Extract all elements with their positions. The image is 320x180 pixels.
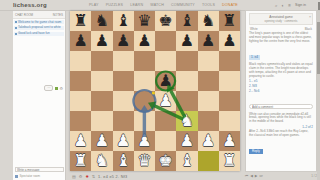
square-h2[interactable]: ♟	[219, 131, 240, 151]
square-b4[interactable]	[91, 91, 112, 111]
black-knight-g8[interactable]: ♞	[201, 13, 215, 29]
square-g8[interactable]: ♞	[198, 11, 219, 31]
square-b3[interactable]	[91, 111, 112, 131]
square-g2[interactable]: ♟	[198, 131, 219, 151]
chat-message-text: Welcome to the game chat room	[18, 21, 61, 24]
square-c1[interactable]: ♝	[113, 151, 134, 171]
move-list[interactable]: 1. e4 e5 2. Nf3	[98, 175, 127, 179]
comment-paragraph: Black replies symmetrically and stakes a…	[249, 63, 313, 78]
nav-item-watch[interactable]: Watch	[150, 3, 164, 7]
square-c4[interactable]	[113, 91, 134, 111]
sign-in-link[interactable]: Sign in	[295, 3, 306, 7]
black-knight-b8[interactable]: ♞	[95, 13, 109, 29]
square-f3[interactable]: ♞	[176, 111, 197, 131]
square-d6[interactable]	[134, 51, 155, 71]
lichess-logo[interactable]: lichess.org	[13, 2, 47, 8]
square-h4[interactable]	[219, 91, 240, 111]
black-pawn-d7[interactable]: ♟	[137, 33, 151, 49]
white-pawn-c2[interactable]: ♟	[116, 133, 130, 149]
square-g5[interactable]	[198, 71, 219, 91]
prev-page-icon[interactable]: ◀	[250, 174, 253, 178]
flip-icon[interactable]: ⇅	[92, 175, 95, 179]
lichess-page: lichess.org Play Puzzles Learn Watch Com…	[0, 0, 320, 180]
chat-tabs: Chat room Notes	[13, 11, 65, 19]
square-g7[interactable]: ♟	[198, 31, 219, 51]
square-h5[interactable]	[219, 71, 240, 91]
white-king-e1[interactable]: ♚	[158, 153, 172, 169]
square-c5[interactable]	[113, 71, 134, 91]
square-e3[interactable]	[155, 111, 176, 131]
panel-subtitle: opening study · comments	[252, 19, 310, 23]
black-rook-h8[interactable]: ♜	[222, 13, 236, 29]
move-link[interactable]: 1... e5	[249, 79, 313, 83]
white-bishop-f1[interactable]: ♝	[180, 153, 194, 169]
square-b7[interactable]: ♟	[91, 31, 112, 51]
square-c6[interactable]	[113, 51, 134, 71]
flag-icon[interactable]: ✸	[85, 175, 88, 179]
square-e1[interactable]: ♚	[155, 151, 176, 171]
square-g3[interactable]	[198, 111, 219, 131]
square-d4[interactable]	[134, 91, 155, 111]
white-knight-f3[interactable]: ♞	[180, 113, 194, 129]
chat-footer: Spectator room	[15, 174, 40, 178]
more-button[interactable]: ...	[44, 85, 53, 91]
black-rook-a8[interactable]: ♜	[73, 13, 87, 29]
panel-header: Annotated game opening study · comments …	[249, 13, 313, 25]
square-c3[interactable]	[113, 111, 134, 131]
square-b5[interactable]	[91, 71, 112, 91]
white-pawn-h2[interactable]: ♟	[222, 133, 236, 149]
white-knight-b1[interactable]: ♞	[95, 153, 109, 169]
chat-message: Welcome to the game chat room	[14, 20, 64, 24]
square-d1[interactable]: ♛	[134, 151, 155, 171]
square-e6[interactable]	[155, 51, 176, 71]
square-e4[interactable]: ♟	[155, 91, 176, 111]
chat-message-text: Takeback proposal sent to white	[18, 26, 61, 29]
square-f5[interactable]	[176, 71, 197, 91]
white-rook-h1[interactable]: ♜	[222, 153, 236, 169]
square-b6[interactable]	[91, 51, 112, 71]
close-icon[interactable]: ×	[309, 15, 311, 19]
black-pawn-e5[interactable]: ♟	[158, 73, 172, 89]
tab-chat-room[interactable]: Chat room	[15, 13, 33, 17]
square-e7[interactable]	[155, 31, 176, 51]
board-icon[interactable]: ▤	[72, 175, 76, 179]
square-c2[interactable]: ♟	[113, 131, 134, 151]
column-white: White	[250, 27, 258, 31]
square-a8[interactable]: ♜	[70, 11, 91, 31]
nav-item-puzzles[interactable]: Puzzles	[106, 3, 124, 7]
square-h1[interactable]: ♜	[219, 151, 240, 171]
square-g6[interactable]	[198, 51, 219, 71]
square-g1[interactable]	[198, 151, 219, 171]
tab-notes[interactable]: Notes	[53, 13, 63, 17]
square-a2[interactable]: ♟	[70, 131, 91, 151]
square-c8[interactable]: ♝	[113, 11, 134, 31]
square-e8[interactable]: ♚	[155, 11, 176, 31]
comment-input[interactable]	[249, 104, 313, 109]
square-f6[interactable]	[176, 51, 197, 71]
panel-columns: White Black	[250, 27, 312, 31]
search-icon[interactable]: ⌕	[275, 3, 278, 8]
black-bishop-c8[interactable]: ♝	[116, 13, 130, 29]
white-pawn-d2[interactable]: ♟	[137, 133, 151, 149]
board-toolbar: ▤ ⚙ ✸ ⇅ 1. e4 e5 2. Nf3	[70, 173, 240, 180]
comment-paragraph: After 2...Nc6 3.Bb5 we reach the Ruy Lop…	[249, 130, 313, 138]
nav-item-tools[interactable]: Tools	[202, 3, 215, 7]
square-f7[interactable]: ♟	[176, 31, 197, 51]
square-a6[interactable]	[70, 51, 91, 71]
black-bishop-f8[interactable]: ♝	[180, 13, 194, 29]
white-pawn-e4[interactable]: ♟	[158, 93, 172, 109]
menu-icon[interactable]: ≡	[288, 3, 291, 8]
square-b8[interactable]: ♞	[91, 11, 112, 31]
square-h8[interactable]: ♜	[219, 11, 240, 31]
white-pawn-a2[interactable]: ♟	[73, 133, 87, 149]
square-c7[interactable]: ♟	[113, 31, 134, 51]
first-page-icon[interactable]: ⏮	[245, 174, 248, 178]
last-page-icon[interactable]: ⏭	[260, 174, 263, 178]
square-a3[interactable]	[70, 111, 91, 131]
square-f2[interactable]: ♟	[176, 131, 197, 151]
chat-footer-label: Spectator room	[20, 174, 41, 178]
move-link[interactable]: 2... Nc6	[249, 89, 313, 93]
square-a7[interactable]: ♟	[70, 31, 91, 51]
chat-input[interactable]	[15, 167, 64, 172]
square-d5[interactable]	[134, 71, 155, 91]
square-d3[interactable]	[134, 111, 155, 131]
square-a4[interactable]	[70, 91, 91, 111]
chess-board: ♜♞♝♛♚♝♞♜♟♟♟♟♟♟♟♟♟♞♟♟♟♟♟♟♟♜♞♝♛♚♝♜	[70, 11, 240, 171]
chat-message-list: Welcome to the game chat room Takeback p…	[13, 19, 65, 39]
black-pawn-b7[interactable]: ♟	[95, 33, 109, 49]
square-f1[interactable]: ♝	[176, 151, 197, 171]
reply-button[interactable]: Reply	[249, 149, 263, 154]
square-d2[interactable]: ♟	[134, 131, 155, 151]
next-page-icon[interactable]: ▶	[255, 174, 258, 178]
theme-icon[interactable]: ◐	[282, 3, 285, 8]
nav-menu: Play Puzzles Learn Watch Community Tools…	[89, 3, 238, 7]
square-a1[interactable]: ♜	[70, 151, 91, 171]
square-d8[interactable]: ♛	[134, 11, 155, 31]
user-icon	[15, 21, 18, 24]
nav-item-community[interactable]: Community	[171, 3, 195, 7]
white-queen-d1[interactable]: ♛	[137, 153, 151, 169]
move-link[interactable]: 2. Nf3	[249, 84, 313, 88]
black-pawn-f7[interactable]: ♟	[180, 33, 194, 49]
square-h6[interactable]	[219, 51, 240, 71]
white-pawn-b2[interactable]: ♟	[95, 133, 109, 149]
comment-paragraph: White can also consider an immediate d2-…	[249, 113, 313, 124]
chat-message: Good luck and have fun	[14, 32, 64, 36]
board-grid: ♜♞♝♛♚♝♞♜♟♟♟♟♟♟♟♟♟♞♟♟♟♟♟♟♟♜♞♝♛♚♝♜	[70, 11, 240, 171]
user-icon	[15, 33, 18, 36]
square-a5[interactable]	[70, 71, 91, 91]
white-pawn-f2[interactable]: ♟	[180, 133, 194, 149]
nav-item-play[interactable]: Play	[89, 3, 99, 7]
square-b1[interactable]: ♞	[91, 151, 112, 171]
chat-message-text: Good luck and have fun	[18, 32, 50, 35]
square-d7[interactable]: ♟	[134, 31, 155, 51]
black-pawn-c7[interactable]: ♟	[116, 33, 130, 49]
panel-pager: ⏮ ◀ ▶ ⏭ 1 / 2	[245, 174, 317, 178]
annotations-panel: Annotated game opening study · comments …	[245, 10, 317, 172]
comment-paragraph: The king's pawn opening is one of the ol…	[249, 32, 313, 43]
gear-icon[interactable]: ⚙	[59, 87, 63, 90]
highlighted-move[interactable]: 1. e4	[249, 55, 260, 60]
chat-message: Takeback proposal sent to white	[14, 26, 64, 30]
room-icon	[15, 175, 18, 178]
square-f4[interactable]	[176, 91, 197, 111]
white-rook-a1[interactable]: ♜	[73, 153, 87, 169]
nav-item-donate[interactable]: Donate	[222, 3, 238, 7]
white-pawn-g2[interactable]: ♟	[201, 133, 215, 149]
gear-icon[interactable]: ⚙	[79, 175, 83, 179]
square-h7[interactable]: ♟	[219, 31, 240, 51]
black-pawn-h7[interactable]: ♟	[222, 33, 236, 49]
black-queen-d8[interactable]: ♛	[137, 13, 151, 29]
square-e5[interactable]: ♟	[155, 71, 176, 91]
online-indicator-icon	[55, 87, 58, 90]
user-icon	[15, 27, 18, 30]
square-e2[interactable]	[155, 131, 176, 151]
black-pawn-g7[interactable]: ♟	[201, 33, 215, 49]
white-bishop-c1[interactable]: ♝	[116, 153, 130, 169]
square-b2[interactable]: ♟	[91, 131, 112, 151]
black-pawn-a7[interactable]: ♟	[73, 33, 87, 49]
black-king-e8[interactable]: ♚	[158, 13, 172, 29]
chat-mini-controls: ... ⚙	[44, 85, 63, 91]
square-h3[interactable]	[219, 111, 240, 131]
chat-panel: Chat room Notes Welcome to the game chat…	[13, 11, 66, 180]
square-g4[interactable]	[198, 91, 219, 111]
column-black: Black	[305, 27, 312, 31]
nav-item-learn[interactable]: Learn	[130, 3, 143, 7]
square-f8[interactable]: ♝	[176, 11, 197, 31]
nav-right: ⌕ ◐ ≡ Sign in	[275, 3, 306, 8]
